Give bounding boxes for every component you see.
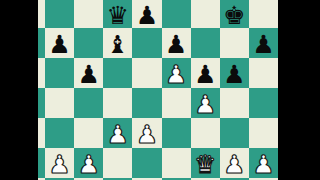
square-c1 [103,178,132,180]
square-c7: ♛ [103,0,132,28]
square-d7: ♟ [132,0,161,28]
black-pawn: ♟ [165,32,187,57]
square-d6 [132,28,161,58]
square-f6 [191,28,220,58]
square-e5: ♟ [162,58,191,88]
white-pawn: ♟ [165,62,187,87]
square-e7 [162,0,191,28]
white-pawn: ♟ [77,152,99,177]
white-pawn: ♟ [136,122,158,147]
white-pawn: ♟ [194,92,216,117]
square-f3 [191,118,220,148]
square-a4 [45,88,74,118]
square-g1 [220,178,249,180]
square-g2: ♟ [220,148,249,178]
square-a1 [45,178,74,180]
square-d1 [132,178,161,180]
square-g7: ♚ [220,0,249,28]
black-pawn: ♟ [252,32,274,57]
square-c6: ♝ [103,28,132,58]
square-f7 [191,0,220,28]
square-d5 [132,58,161,88]
square-a6: ♟ [45,28,74,58]
white-queen: ♛ [194,152,216,177]
square-h4 [249,88,278,118]
black-pawn: ♟ [223,62,245,87]
square-e4 [162,88,191,118]
square-h3 [249,118,278,148]
square-h6: ♟ [249,28,278,58]
black-pawn: ♟ [194,62,216,87]
square-e2 [162,148,191,178]
square-c3: ♟ [103,118,132,148]
black-pawn: ♟ [48,32,70,57]
square-h2: ♟ [249,148,278,178]
square-e6: ♟ [162,28,191,58]
square-g5: ♟ [220,58,249,88]
white-pawn: ♟ [223,152,245,177]
letterbox-right [278,0,320,180]
board-edge-sliver-rank7 [38,0,45,28]
square-a2: ♟ [45,148,74,178]
square-c2 [103,148,132,178]
square-f1 [191,178,220,180]
black-bishop: ♝ [107,32,129,57]
square-b3 [74,118,103,148]
square-b1 [74,178,103,180]
board-edge-sliver-rank5 [38,58,45,88]
square-f4: ♟ [191,88,220,118]
square-f2: ♛ [191,148,220,178]
board-edge-sliver-rank2 [38,148,45,178]
square-e3 [162,118,191,148]
square-b5: ♟ [74,58,103,88]
square-h7 [249,0,278,28]
white-pawn: ♟ [252,152,274,177]
board-edge-sliver-rank1 [38,178,45,180]
square-h1 [249,178,278,180]
square-b6 [74,28,103,58]
square-h5 [249,58,278,88]
black-pawn: ♟ [136,3,158,28]
board-edge-sliver-rank6 [38,28,45,58]
square-b4 [74,88,103,118]
square-e1 [162,178,191,180]
letterbox-left [0,0,38,180]
square-g6 [220,28,249,58]
black-queen: ♛ [107,3,129,28]
white-pawn: ♟ [48,152,70,177]
square-d2 [132,148,161,178]
black-pawn: ♟ [77,62,99,87]
square-c4 [103,88,132,118]
chess-board: ♛♟♚♟♝♟♟♟♟♟♟♟♟♟♟♟♛♟♟ [38,0,278,180]
square-b2: ♟ [74,148,103,178]
square-d3: ♟ [132,118,161,148]
white-pawn: ♟ [107,122,129,147]
square-a3 [45,118,74,148]
black-king: ♚ [223,3,245,28]
board-edge-sliver-rank4 [38,88,45,118]
square-a5 [45,58,74,88]
board-edge-sliver-rank3 [38,118,45,148]
square-d4 [132,88,161,118]
square-b7 [74,0,103,28]
square-c5 [103,58,132,88]
square-g3 [220,118,249,148]
square-g4 [220,88,249,118]
square-a7 [45,0,74,28]
square-f5: ♟ [191,58,220,88]
video-frame: ♛♟♚♟♝♟♟♟♟♟♟♟♟♟♟♟♛♟♟ [0,0,320,180]
